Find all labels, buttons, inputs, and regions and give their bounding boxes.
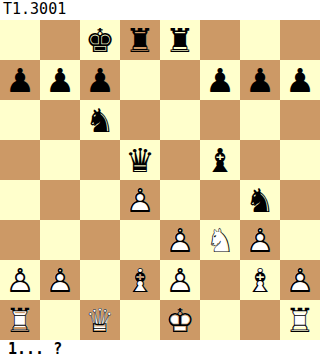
square-e5[interactable] [160,140,200,180]
chess-board: ♚♜♜♟♟♟♟♟♟♞♛♝♟♙♞♟♙♞♘♟♙♟♙♟♙♝♗♟♙♝♗♟♙♜♖♛♕♚♔♜… [0,20,320,340]
piece-black-p-a7[interactable]: ♟ [0,60,40,100]
square-d3[interactable] [120,220,160,260]
square-h7[interactable]: ♟ [280,60,320,100]
square-f6[interactable] [200,100,240,140]
square-f2[interactable] [200,260,240,300]
piece-white-p-b2[interactable]: ♟♙ [40,260,80,300]
square-d4[interactable]: ♟♙ [120,180,160,220]
square-e3[interactable]: ♟♙ [160,220,200,260]
square-d8[interactable]: ♜ [120,20,160,60]
square-c7[interactable]: ♟ [80,60,120,100]
white-b-outline-glyph: ♗ [240,260,280,300]
piece-white-p-h2[interactable]: ♟♙ [280,260,320,300]
square-b7[interactable]: ♟ [40,60,80,100]
black-p-glyph: ♟ [0,60,40,100]
black-p-glyph: ♟ [240,60,280,100]
square-c8[interactable]: ♚ [80,20,120,60]
piece-black-r-e8[interactable]: ♜ [160,20,200,60]
puzzle-window: T1.3001 ♚♜♜♟♟♟♟♟♟♞♛♝♟♙♞♟♙♞♘♟♙♟♙♟♙♝♗♟♙♝♗♟… [0,0,320,360]
white-p-outline-glyph: ♙ [280,260,320,300]
piece-white-b-g2[interactable]: ♝♗ [240,260,280,300]
square-c6[interactable]: ♞ [80,100,120,140]
black-p-glyph: ♟ [280,60,320,100]
square-c2[interactable] [80,260,120,300]
square-d7[interactable] [120,60,160,100]
piece-white-p-a2[interactable]: ♟♙ [0,260,40,300]
square-h8[interactable] [280,20,320,60]
black-p-glyph: ♟ [80,60,120,100]
square-e7[interactable] [160,60,200,100]
square-a4[interactable] [0,180,40,220]
white-r-outline-glyph: ♖ [0,300,40,340]
square-h3[interactable] [280,220,320,260]
white-n-outline-glyph: ♘ [200,220,240,260]
square-f7[interactable]: ♟ [200,60,240,100]
square-e1[interactable]: ♚♔ [160,300,200,340]
square-c3[interactable] [80,220,120,260]
square-b5[interactable] [40,140,80,180]
black-p-glyph: ♟ [200,60,240,100]
black-k-glyph: ♚ [80,20,120,60]
white-q-outline-glyph: ♕ [80,300,120,340]
square-a8[interactable] [0,20,40,60]
piece-black-p-h7[interactable]: ♟ [280,60,320,100]
square-a3[interactable] [0,220,40,260]
square-h1[interactable]: ♜♖ [280,300,320,340]
square-g4[interactable]: ♞ [240,180,280,220]
square-h5[interactable] [280,140,320,180]
piece-black-n-c6[interactable]: ♞ [80,100,120,140]
piece-white-p-d4[interactable]: ♟♙ [120,180,160,220]
white-p-outline-glyph: ♙ [0,260,40,300]
piece-black-b-f5[interactable]: ♝ [200,140,240,180]
square-e4[interactable] [160,180,200,220]
square-f3[interactable]: ♞♘ [200,220,240,260]
square-h4[interactable] [280,180,320,220]
square-f1[interactable] [200,300,240,340]
piece-white-r-a1[interactable]: ♜♖ [0,300,40,340]
piece-white-p-e2[interactable]: ♟♙ [160,260,200,300]
black-n-glyph: ♞ [240,180,280,220]
square-g2[interactable]: ♝♗ [240,260,280,300]
piece-white-n-f3[interactable]: ♞♘ [200,220,240,260]
square-d2[interactable]: ♝♗ [120,260,160,300]
black-n-glyph: ♞ [80,100,120,140]
piece-black-n-g4[interactable]: ♞ [240,180,280,220]
square-g5[interactable] [240,140,280,180]
square-d1[interactable] [120,300,160,340]
square-g6[interactable] [240,100,280,140]
square-c5[interactable] [80,140,120,180]
piece-white-b-d2[interactable]: ♝♗ [120,260,160,300]
piece-black-q-d5[interactable]: ♛ [120,140,160,180]
square-g8[interactable] [240,20,280,60]
piece-white-q-c1[interactable]: ♛♕ [80,300,120,340]
white-b-outline-glyph: ♗ [120,260,160,300]
square-a6[interactable] [0,100,40,140]
square-e6[interactable] [160,100,200,140]
white-p-outline-glyph: ♙ [160,220,200,260]
white-p-outline-glyph: ♙ [40,260,80,300]
black-r-glyph: ♜ [160,20,200,60]
square-b8[interactable] [40,20,80,60]
square-b3[interactable] [40,220,80,260]
black-r-glyph: ♜ [120,20,160,60]
piece-black-r-d8[interactable]: ♜ [120,20,160,60]
black-q-glyph: ♛ [120,140,160,180]
black-b-glyph: ♝ [200,140,240,180]
square-e8[interactable]: ♜ [160,20,200,60]
piece-black-p-f7[interactable]: ♟ [200,60,240,100]
piece-black-p-g7[interactable]: ♟ [240,60,280,100]
piece-white-r-h1[interactable]: ♜♖ [280,300,320,340]
square-g3[interactable]: ♟♙ [240,220,280,260]
square-f5[interactable]: ♝ [200,140,240,180]
white-p-outline-glyph: ♙ [160,260,200,300]
square-b2[interactable]: ♟♙ [40,260,80,300]
square-a5[interactable] [0,140,40,180]
square-c1[interactable]: ♛♕ [80,300,120,340]
square-a2[interactable]: ♟♙ [0,260,40,300]
white-r-outline-glyph: ♖ [280,300,320,340]
square-d5[interactable]: ♛ [120,140,160,180]
puzzle-title: T1.3001 [0,0,320,20]
square-e2[interactable]: ♟♙ [160,260,200,300]
black-p-glyph: ♟ [40,60,80,100]
square-h2[interactable]: ♟♙ [280,260,320,300]
square-a7[interactable]: ♟ [0,60,40,100]
piece-black-p-c7[interactable]: ♟ [80,60,120,100]
white-p-outline-glyph: ♙ [240,220,280,260]
piece-white-k-e1[interactable]: ♚♔ [160,300,200,340]
square-g7[interactable]: ♟ [240,60,280,100]
white-k-outline-glyph: ♔ [160,300,200,340]
square-h6[interactable] [280,100,320,140]
square-c4[interactable] [80,180,120,220]
square-f4[interactable] [200,180,240,220]
piece-white-p-e3[interactable]: ♟♙ [160,220,200,260]
square-b4[interactable] [40,180,80,220]
square-a1[interactable]: ♜♖ [0,300,40,340]
square-d6[interactable] [120,100,160,140]
square-b1[interactable] [40,300,80,340]
move-prompt: 1... ? [0,340,320,360]
square-g1[interactable] [240,300,280,340]
square-b6[interactable] [40,100,80,140]
piece-white-p-g3[interactable]: ♟♙ [240,220,280,260]
piece-black-k-c8[interactable]: ♚ [80,20,120,60]
piece-black-p-b7[interactable]: ♟ [40,60,80,100]
square-f8[interactable] [200,20,240,60]
white-p-outline-glyph: ♙ [120,180,160,220]
